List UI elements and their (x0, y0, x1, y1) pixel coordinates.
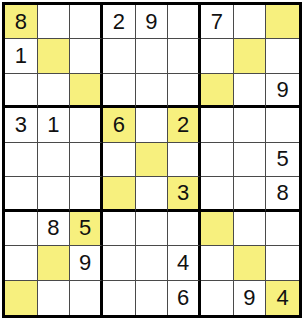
cell-r6c6[interactable] (201, 212, 234, 246)
cell-r8c6[interactable] (201, 281, 234, 315)
cell-r8c7[interactable]: 9 (234, 281, 267, 315)
cell-r5c0[interactable] (5, 177, 38, 211)
cell-r0c3[interactable]: 2 (103, 5, 136, 39)
cell-r1c0[interactable]: 1 (5, 39, 38, 73)
cell-r2c1[interactable] (38, 74, 71, 108)
cell-r4c1[interactable] (38, 143, 71, 177)
cell-r7c6[interactable] (201, 246, 234, 280)
cell-r3c3[interactable]: 6 (103, 108, 136, 142)
cell-r3c4[interactable] (136, 108, 169, 142)
cell-r7c4[interactable] (136, 246, 169, 280)
cell-r2c5[interactable] (168, 74, 201, 108)
cell-r1c6[interactable] (201, 39, 234, 73)
cell-r6c4[interactable] (136, 212, 169, 246)
cell-r3c2[interactable] (70, 108, 103, 142)
cell-r3c5[interactable]: 2 (168, 108, 201, 142)
cell-r2c8[interactable]: 9 (266, 74, 299, 108)
cell-r6c0[interactable] (5, 212, 38, 246)
cell-r8c1[interactable] (38, 281, 71, 315)
cell-r3c0[interactable]: 3 (5, 108, 38, 142)
cell-r3c7[interactable] (234, 108, 267, 142)
cell-r0c7[interactable] (234, 5, 267, 39)
cell-r7c8[interactable] (266, 246, 299, 280)
cell-r0c0[interactable]: 8 (5, 5, 38, 39)
cell-r2c3[interactable] (103, 74, 136, 108)
cell-r7c1[interactable] (38, 246, 71, 280)
cell-r2c6[interactable] (201, 74, 234, 108)
cell-r5c1[interactable] (38, 177, 71, 211)
cell-r7c7[interactable] (234, 246, 267, 280)
cell-r2c4[interactable] (136, 74, 169, 108)
cell-r6c8[interactable] (266, 212, 299, 246)
cell-r4c3[interactable] (103, 143, 136, 177)
cell-r4c4[interactable] (136, 143, 169, 177)
cell-r0c4[interactable]: 9 (136, 5, 169, 39)
cell-r6c3[interactable] (103, 212, 136, 246)
cell-r5c3[interactable] (103, 177, 136, 211)
cell-r3c6[interactable] (201, 108, 234, 142)
cell-r1c5[interactable] (168, 39, 201, 73)
cell-r0c2[interactable] (70, 5, 103, 39)
cell-r1c2[interactable] (70, 39, 103, 73)
cell-r5c8[interactable]: 8 (266, 177, 299, 211)
cell-r4c8[interactable]: 5 (266, 143, 299, 177)
cell-r5c2[interactable] (70, 177, 103, 211)
cell-r7c3[interactable] (103, 246, 136, 280)
cell-r2c2[interactable] (70, 74, 103, 108)
cell-r6c5[interactable] (168, 212, 201, 246)
sudoku-board: 82971931625388594694 (2, 2, 302, 318)
cell-r8c2[interactable] (70, 281, 103, 315)
cell-r4c7[interactable] (234, 143, 267, 177)
cell-r4c6[interactable] (201, 143, 234, 177)
cell-r7c0[interactable] (5, 246, 38, 280)
cell-r8c5[interactable]: 6 (168, 281, 201, 315)
cell-r8c0[interactable] (5, 281, 38, 315)
cell-r0c8[interactable] (266, 5, 299, 39)
cell-r4c2[interactable] (70, 143, 103, 177)
cell-r0c5[interactable] (168, 5, 201, 39)
cell-r7c2[interactable]: 9 (70, 246, 103, 280)
cell-r6c7[interactable] (234, 212, 267, 246)
cell-r1c4[interactable] (136, 39, 169, 73)
cell-r3c1[interactable]: 1 (38, 108, 71, 142)
cell-r0c1[interactable] (38, 5, 71, 39)
cell-r5c6[interactable] (201, 177, 234, 211)
cell-r1c7[interactable] (234, 39, 267, 73)
cell-r1c8[interactable] (266, 39, 299, 73)
cell-r8c4[interactable] (136, 281, 169, 315)
cell-r1c3[interactable] (103, 39, 136, 73)
cell-r5c5[interactable]: 3 (168, 177, 201, 211)
cell-r2c0[interactable] (5, 74, 38, 108)
cell-r2c7[interactable] (234, 74, 267, 108)
cell-r6c2[interactable]: 5 (70, 212, 103, 246)
cell-r6c1[interactable]: 8 (38, 212, 71, 246)
cell-r8c3[interactable] (103, 281, 136, 315)
cell-r8c8[interactable]: 4 (266, 281, 299, 315)
cell-r5c7[interactable] (234, 177, 267, 211)
cell-r1c1[interactable] (38, 39, 71, 73)
cell-r0c6[interactable]: 7 (201, 5, 234, 39)
cell-r4c0[interactable] (5, 143, 38, 177)
cell-r3c8[interactable] (266, 108, 299, 142)
cell-r4c5[interactable] (168, 143, 201, 177)
cell-r7c5[interactable]: 4 (168, 246, 201, 280)
cell-r5c4[interactable] (136, 177, 169, 211)
